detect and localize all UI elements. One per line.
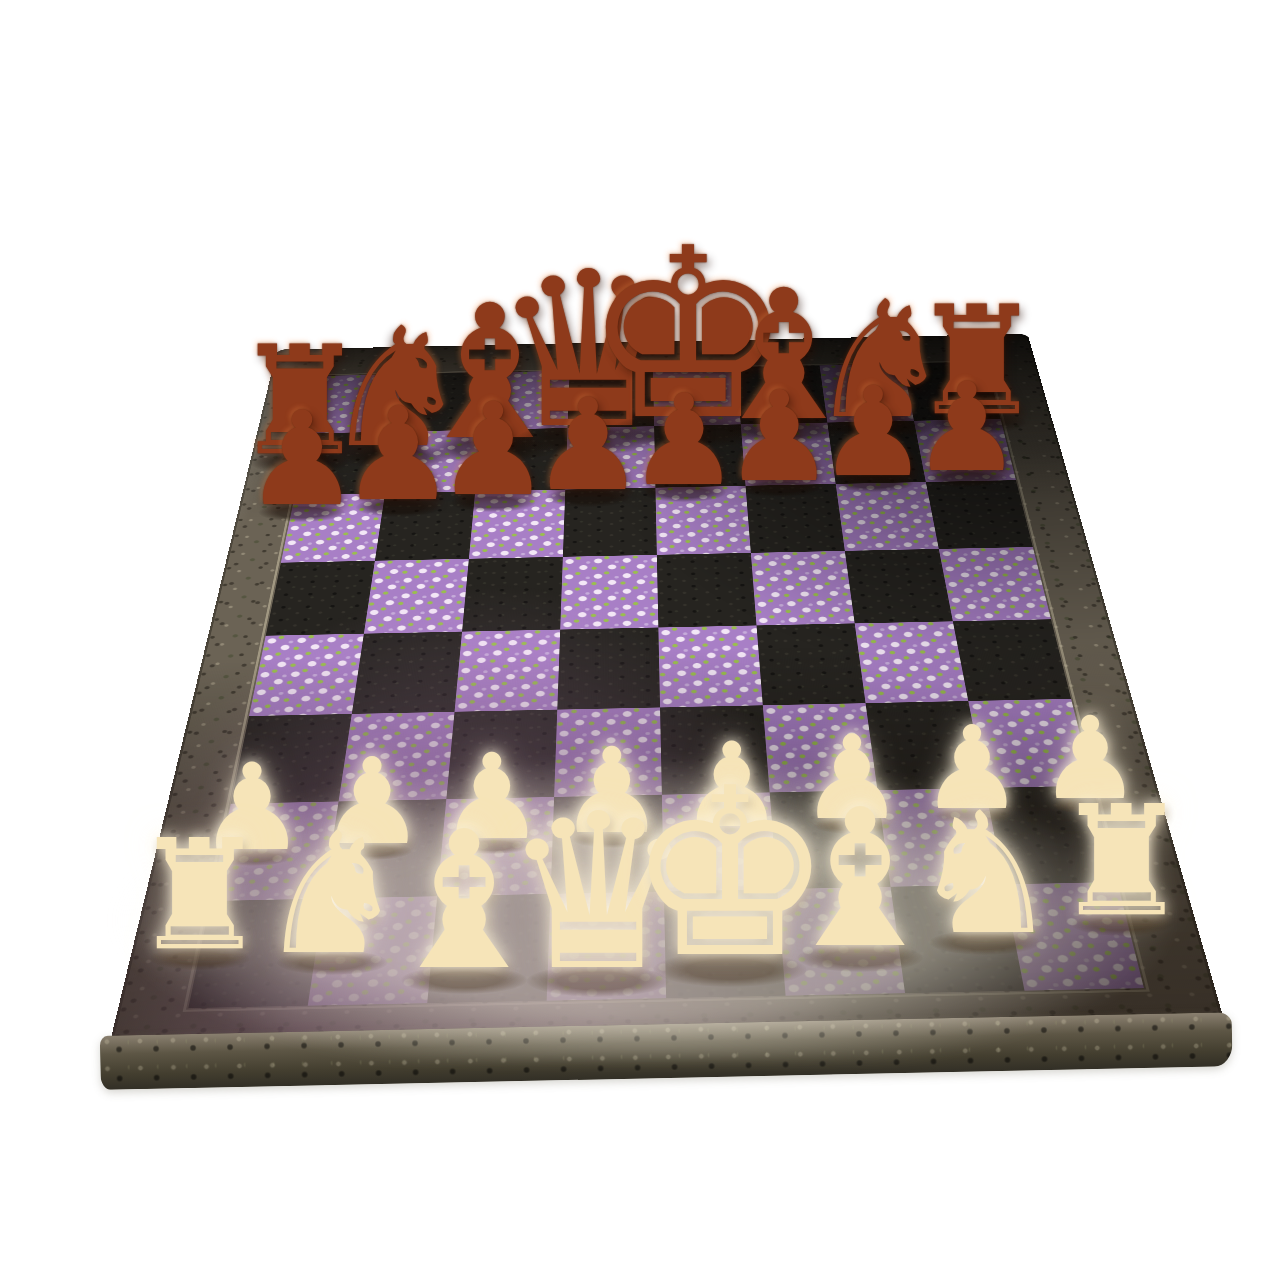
board-tilt-wrapper (0, 0, 1280, 1280)
square-f4[interactable] (757, 623, 866, 705)
piece-white-rook-a1[interactable]: ♜ (132, 820, 268, 972)
square-h5[interactable] (939, 547, 1051, 622)
square-g5[interactable] (845, 549, 953, 624)
square-e5[interactable] (657, 553, 757, 628)
square-h4[interactable] (953, 619, 1071, 700)
square-a5[interactable] (266, 561, 375, 636)
piece-white-rook-h1[interactable]: ♜ (1054, 786, 1190, 938)
square-d5[interactable] (560, 555, 658, 630)
piece-brown-pawn-h7[interactable]: ♟ (912, 366, 1022, 489)
square-b4[interactable] (352, 632, 462, 714)
square-c4[interactable] (455, 630, 561, 712)
square-c5[interactable] (462, 557, 563, 632)
piece-white-knight-g1[interactable]: ♞ (910, 790, 1061, 958)
square-b5[interactable] (364, 559, 469, 634)
square-g4[interactable] (855, 621, 969, 703)
square-d4[interactable] (557, 627, 660, 709)
square-e4[interactable] (658, 625, 762, 707)
photo-background: ♜♞♝♛♚♝♞♜♟♟♟♟♟♟♟♟♟♟♟♟♟♟♟♟♜♞♝♛♚♝♞♜ (0, 0, 1280, 1280)
square-a4[interactable] (249, 634, 364, 716)
square-f5[interactable] (751, 551, 855, 626)
